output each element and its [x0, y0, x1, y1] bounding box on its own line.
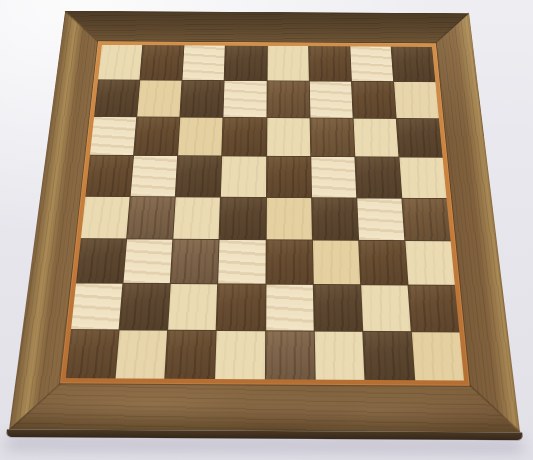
square-a1[interactable] — [66, 330, 119, 378]
square-c3[interactable] — [171, 239, 219, 283]
square-c1[interactable] — [166, 331, 216, 379]
square-b7[interactable] — [137, 81, 181, 117]
chess-board — [9, 11, 520, 433]
square-c6[interactable] — [178, 118, 222, 156]
square-d1[interactable] — [215, 331, 264, 379]
square-h3[interactable] — [405, 241, 455, 285]
square-b8[interactable] — [140, 45, 183, 80]
square-a6[interactable] — [90, 117, 136, 155]
square-d8[interactable] — [225, 46, 267, 81]
square-g8[interactable] — [350, 46, 393, 81]
square-a8[interactable] — [98, 45, 142, 80]
square-e4[interactable] — [266, 197, 311, 239]
square-d7[interactable] — [224, 81, 267, 117]
square-e8[interactable] — [267, 46, 308, 81]
square-f3[interactable] — [313, 240, 360, 284]
square-f5[interactable] — [311, 157, 356, 197]
square-g4[interactable] — [357, 198, 404, 240]
square-f1[interactable] — [314, 331, 364, 379]
square-b3[interactable] — [124, 239, 173, 283]
square-f4[interactable] — [312, 198, 358, 240]
square-b4[interactable] — [127, 197, 175, 239]
square-h8[interactable] — [391, 47, 435, 82]
square-g2[interactable] — [361, 285, 411, 331]
square-c7[interactable] — [181, 81, 224, 117]
square-c8[interactable] — [183, 45, 225, 80]
square-h2[interactable] — [408, 285, 459, 331]
square-b6[interactable] — [134, 117, 179, 155]
square-b5[interactable] — [131, 156, 178, 196]
square-d5[interactable] — [221, 157, 266, 197]
square-e6[interactable] — [267, 118, 310, 156]
square-a3[interactable] — [76, 239, 126, 283]
square-d2[interactable] — [217, 284, 265, 330]
playing-field — [66, 45, 464, 381]
square-d3[interactable] — [219, 240, 266, 284]
photo-background — [0, 0, 533, 460]
square-h6[interactable] — [397, 119, 443, 157]
square-g5[interactable] — [355, 157, 401, 197]
square-g7[interactable] — [352, 82, 396, 118]
square-f7[interactable] — [309, 82, 352, 118]
square-f8[interactable] — [309, 46, 351, 81]
square-c5[interactable] — [176, 156, 222, 196]
square-a5[interactable] — [86, 156, 134, 196]
board-frame-bottom — [9, 383, 520, 432]
square-a2[interactable] — [71, 283, 122, 329]
square-f2[interactable] — [313, 285, 362, 331]
square-g3[interactable] — [359, 240, 407, 284]
square-b1[interactable] — [116, 330, 168, 378]
board-frame-top — [61, 11, 473, 44]
square-h1[interactable] — [412, 332, 464, 380]
square-e7[interactable] — [267, 81, 309, 117]
square-e1[interactable] — [265, 331, 314, 379]
square-a4[interactable] — [81, 196, 130, 238]
square-g6[interactable] — [353, 119, 398, 157]
square-g1[interactable] — [363, 332, 414, 380]
cherry-trim-border — [60, 41, 470, 386]
board-perspective-wrapper — [9, 11, 520, 433]
square-a7[interactable] — [94, 80, 139, 116]
square-h5[interactable] — [399, 158, 446, 198]
square-e2[interactable] — [266, 284, 314, 330]
square-d6[interactable] — [223, 118, 267, 156]
square-h4[interactable] — [402, 198, 450, 240]
square-f6[interactable] — [310, 119, 354, 157]
square-c2[interactable] — [168, 284, 217, 330]
square-e5[interactable] — [266, 157, 310, 197]
square-e3[interactable] — [266, 240, 312, 284]
square-h7[interactable] — [394, 82, 439, 118]
square-b2[interactable] — [120, 284, 170, 330]
square-c4[interactable] — [174, 197, 221, 239]
square-d4[interactable] — [220, 197, 266, 239]
